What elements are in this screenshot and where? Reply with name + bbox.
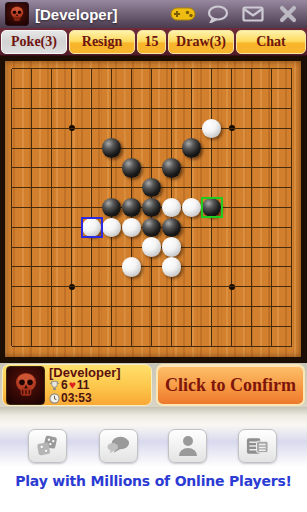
board-cell-11-12[interactable]	[222, 297, 242, 317]
bottom-toolbar	[0, 407, 307, 467]
board-cell-2-7[interactable]	[42, 198, 62, 218]
board-cell-4-0[interactable]	[82, 59, 102, 79]
board-cell-0-0[interactable]	[2, 59, 22, 79]
board-cell-13-12[interactable]	[262, 297, 282, 317]
board-cell-9-12[interactable]	[182, 297, 202, 317]
board-cell-6-8[interactable]	[122, 217, 142, 237]
black-stone	[142, 178, 162, 198]
board-cell-7-4[interactable]	[142, 138, 162, 158]
board-cell-7-1[interactable]	[142, 79, 162, 99]
board-cell-4-2[interactable]	[82, 99, 102, 119]
board-cell-2-13[interactable]	[42, 316, 62, 336]
status-row: [Developer] 6♥11 03:53 Click to Confirm	[0, 363, 307, 407]
chat-bubbles-icon	[106, 434, 131, 458]
white-stone	[122, 218, 142, 238]
board-cell-3-6[interactable]	[62, 178, 82, 198]
board-cell-10-14[interactable]	[202, 336, 222, 356]
board-cell-3-0[interactable]	[62, 59, 82, 79]
board-cell-7-6[interactable]	[142, 178, 162, 198]
board-cell-13-10[interactable]	[262, 257, 282, 277]
board-cell-5-4[interactable]	[102, 138, 122, 158]
board-cell-4-3[interactable]	[82, 118, 102, 138]
board-cell-11-9[interactable]	[222, 237, 242, 257]
board-cell-3-4[interactable]	[62, 138, 82, 158]
board-cell-10-0[interactable]	[202, 59, 222, 79]
black-stone	[122, 158, 142, 178]
board-cell-14-8[interactable]	[282, 217, 302, 237]
board-cell-5-13[interactable]	[102, 316, 122, 336]
board-cell-14-10[interactable]	[282, 257, 302, 277]
tab-chat[interactable]: Chat	[236, 30, 306, 54]
board-cell-12-13[interactable]	[242, 316, 262, 336]
board-cell-10-9[interactable]	[202, 237, 222, 257]
board-cell-10-10[interactable]	[202, 257, 222, 277]
board-cell-9-2[interactable]	[182, 99, 202, 119]
white-stone	[202, 119, 222, 139]
board-cell-12-0[interactable]	[242, 59, 262, 79]
black-stone	[102, 138, 122, 158]
board-cell-3-1[interactable]	[62, 79, 82, 99]
board-cell-0-1[interactable]	[2, 79, 22, 99]
board-cell-4-10[interactable]	[82, 257, 102, 277]
white-stone	[162, 257, 182, 277]
board-cell-7-13[interactable]	[142, 316, 162, 336]
board-cell-5-5[interactable]	[102, 158, 122, 178]
board-cell-14-0[interactable]	[282, 59, 302, 79]
board-cell-4-12[interactable]	[82, 297, 102, 317]
board-cell-1-11[interactable]	[22, 277, 42, 297]
black-stone	[182, 138, 202, 158]
board-cell-10-1[interactable]	[202, 79, 222, 99]
board-cell-12-1[interactable]	[242, 79, 262, 99]
chat-bubble-icon[interactable]	[205, 4, 231, 24]
board-cell-6-2[interactable]	[122, 99, 142, 119]
board-cell-12-3[interactable]	[242, 118, 262, 138]
player-icon	[177, 434, 199, 458]
board-cell-10-11[interactable]	[202, 277, 222, 297]
board-cell-14-14[interactable]	[282, 336, 302, 356]
board-cell-4-8[interactable]	[82, 217, 102, 237]
board-cell-6-1[interactable]	[122, 79, 142, 99]
star-point	[69, 284, 75, 290]
dice-icon	[35, 434, 60, 458]
board-cell-8-9[interactable]	[162, 237, 182, 257]
last-move-marker	[201, 197, 223, 219]
board-cell-11-4[interactable]	[222, 138, 242, 158]
confirm-button[interactable]: Click to Confirm	[156, 364, 305, 406]
board-cell-0-7[interactable]	[2, 198, 22, 218]
board-cell-6-9[interactable]	[122, 237, 142, 257]
board-cell-10-3[interactable]	[202, 118, 222, 138]
board-cell-12-11[interactable]	[242, 277, 262, 297]
board-cell-4-14[interactable]	[82, 336, 102, 356]
black-stone	[162, 218, 182, 238]
board-cell-3-8[interactable]	[62, 217, 82, 237]
board-cell-1-2[interactable]	[22, 99, 42, 119]
board-cell-2-4[interactable]	[42, 138, 62, 158]
avatar	[5, 2, 29, 26]
skull-icon	[7, 4, 27, 24]
board-cell-8-4[interactable]	[162, 138, 182, 158]
board-cell-1-14[interactable]	[22, 336, 42, 356]
gamepad-icon[interactable]	[170, 4, 196, 24]
trophy-icon	[49, 380, 60, 391]
board-cell-1-3[interactable]	[22, 118, 42, 138]
tab-resign[interactable]: Resign	[69, 30, 135, 54]
board-cell-3-5[interactable]	[62, 158, 82, 178]
board-cell-5-14[interactable]	[102, 336, 122, 356]
board-cell-10-6[interactable]	[202, 178, 222, 198]
board-cell-6-4[interactable]	[122, 138, 142, 158]
board-cell-2-11[interactable]	[42, 277, 62, 297]
board-cell-5-9[interactable]	[102, 237, 122, 257]
board-cell-11-7[interactable]	[222, 198, 242, 218]
board-cell-1-7[interactable]	[22, 198, 42, 218]
board-cell-6-12[interactable]	[122, 297, 142, 317]
board-cell-7-2[interactable]	[142, 99, 162, 119]
board-cell-0-9[interactable]	[2, 237, 22, 257]
footer-text: Play with Millions of Online Players!	[15, 473, 292, 489]
board-cell-8-10[interactable]	[162, 257, 182, 277]
board-cell-2-1[interactable]	[42, 79, 62, 99]
board-cell-10-8[interactable]	[202, 217, 222, 237]
tab-bar: Poke(3) Resign 15 Draw(3) Chat	[0, 28, 307, 56]
board-cell-8-1[interactable]	[162, 79, 182, 99]
board-cell-12-12[interactable]	[242, 297, 262, 317]
board-cell-11-14[interactable]	[222, 336, 242, 356]
tab-move-timer[interactable]: 15	[137, 30, 166, 54]
board-cell-2-10[interactable]	[42, 257, 62, 277]
board-cell-8-3[interactable]	[162, 118, 182, 138]
clock-icon	[49, 393, 60, 404]
board-cell-0-4[interactable]	[2, 138, 22, 158]
board-cell-9-1[interactable]	[182, 79, 202, 99]
board-cell-2-2[interactable]	[42, 99, 62, 119]
board-cell-5-3[interactable]	[102, 118, 122, 138]
board-cell-10-5[interactable]	[202, 158, 222, 178]
board-cell-11-10[interactable]	[222, 257, 242, 277]
board-cell-12-4[interactable]	[242, 138, 262, 158]
board-cell-11-13[interactable]	[222, 316, 242, 336]
board-cell-9-4[interactable]	[182, 138, 202, 158]
close-icon[interactable]	[275, 4, 301, 24]
board-cell-5-10[interactable]	[102, 257, 122, 277]
board-cell-14-11[interactable]	[282, 277, 302, 297]
board-cell-10-12[interactable]	[202, 297, 222, 317]
board-cell-6-10[interactable]	[122, 257, 142, 277]
board-cell-6-0[interactable]	[122, 59, 142, 79]
board-cell-13-1[interactable]	[262, 79, 282, 99]
board-cell-1-9[interactable]	[22, 237, 42, 257]
board-cell-12-8[interactable]	[242, 217, 262, 237]
board-cell-7-11[interactable]	[142, 277, 162, 297]
board-cell-14-4[interactable]	[282, 138, 302, 158]
white-stone	[162, 198, 182, 218]
player-avatar	[6, 366, 45, 405]
board-cell-13-7[interactable]	[262, 198, 282, 218]
board-cell-0-14[interactable]	[2, 336, 22, 356]
board-cell-8-14[interactable]	[162, 336, 182, 356]
board-cell-5-2[interactable]	[102, 99, 122, 119]
board-cell-3-9[interactable]	[62, 237, 82, 257]
cards-icon	[245, 434, 270, 458]
board-cell-11-2[interactable]	[222, 99, 242, 119]
board-cell-3-13[interactable]	[62, 316, 82, 336]
mail-icon[interactable]	[240, 4, 266, 24]
board-cell-13-2[interactable]	[262, 99, 282, 119]
board-cell-9-8[interactable]	[182, 217, 202, 237]
board-cell-2-8[interactable]	[42, 217, 62, 237]
board-cell-1-10[interactable]	[22, 257, 42, 277]
board-cell-12-6[interactable]	[242, 178, 262, 198]
board-cell-7-3[interactable]	[142, 118, 162, 138]
board-cell-14-7[interactable]	[282, 198, 302, 218]
board-cell-3-7[interactable]	[62, 198, 82, 218]
board-cell-9-7[interactable]	[182, 198, 202, 218]
board-cell-2-5[interactable]	[42, 158, 62, 178]
white-stone	[102, 218, 122, 238]
board-cell-8-13[interactable]	[162, 316, 182, 336]
board-cell-7-7[interactable]	[142, 198, 162, 218]
white-stone	[162, 237, 182, 257]
board-cell-4-4[interactable]	[82, 138, 102, 158]
board-cell-10-7[interactable]	[202, 198, 222, 218]
board-cell-9-14[interactable]	[182, 336, 202, 356]
board-cell-5-1[interactable]	[102, 79, 122, 99]
black-stone	[162, 158, 182, 178]
tab-poke[interactable]: Poke(3)	[1, 30, 67, 54]
board-cell-11-5[interactable]	[222, 158, 242, 178]
board-cell-0-12[interactable]	[2, 297, 22, 317]
board-cell-3-14[interactable]	[62, 336, 82, 356]
board-cell-8-5[interactable]	[162, 158, 182, 178]
board-cell-13-8[interactable]	[262, 217, 282, 237]
board-cell-14-6[interactable]	[282, 178, 302, 198]
games-button[interactable]	[238, 429, 277, 463]
board-cell-14-2[interactable]	[282, 99, 302, 119]
board-cell-3-3[interactable]	[62, 118, 82, 138]
board-cell-14-3[interactable]	[282, 118, 302, 138]
board-cell-14-13[interactable]	[282, 316, 302, 336]
board-cell-1-1[interactable]	[22, 79, 42, 99]
board-cell-11-0[interactable]	[222, 59, 242, 79]
board-cell-0-3[interactable]	[2, 118, 22, 138]
board-cell-1-12[interactable]	[22, 297, 42, 317]
board-cell-12-9[interactable]	[242, 237, 262, 257]
window-title: [Developer]	[35, 6, 170, 23]
star-point	[229, 125, 235, 131]
board-cell-11-3[interactable]	[222, 118, 242, 138]
dice-button[interactable]	[28, 429, 67, 463]
board-cell-0-5[interactable]	[2, 158, 22, 178]
board-cell-2-3[interactable]	[42, 118, 62, 138]
black-stone	[122, 198, 142, 218]
skull-icon	[10, 369, 42, 401]
board-cell-3-2[interactable]	[62, 99, 82, 119]
board-cell-14-5[interactable]	[282, 158, 302, 178]
board-cell-14-1[interactable]	[282, 79, 302, 99]
board-cell-1-5[interactable]	[22, 158, 42, 178]
board-cell-7-9[interactable]	[142, 237, 162, 257]
board-cell-3-12[interactable]	[62, 297, 82, 317]
board-cell-10-2[interactable]	[202, 99, 222, 119]
board-cell-9-0[interactable]	[182, 59, 202, 79]
board-cell-13-13[interactable]	[262, 316, 282, 336]
star-point	[229, 284, 235, 290]
board-cell-11-11[interactable]	[222, 277, 242, 297]
board-cell-2-0[interactable]	[42, 59, 62, 79]
board-cell-13-11[interactable]	[262, 277, 282, 297]
board-cell-8-11[interactable]	[162, 277, 182, 297]
board-cell-4-13[interactable]	[82, 316, 102, 336]
board-cell-5-7[interactable]	[102, 198, 122, 218]
star-point	[69, 125, 75, 131]
board-cell-12-2[interactable]	[242, 99, 262, 119]
board-cell-8-0[interactable]	[162, 59, 182, 79]
board-cell-13-0[interactable]	[262, 59, 282, 79]
board-cell-5-8[interactable]	[102, 217, 122, 237]
board-cell-13-14[interactable]	[262, 336, 282, 356]
black-stone	[142, 198, 162, 218]
board-cell-1-4[interactable]	[22, 138, 42, 158]
board-cell-14-12[interactable]	[282, 297, 302, 317]
board-cell-1-8[interactable]	[22, 217, 42, 237]
board-cell-8-2[interactable]	[162, 99, 182, 119]
footer-banner: Play with Millions of Online Players!	[0, 467, 307, 512]
board-cell-5-11[interactable]	[102, 277, 122, 297]
player-button[interactable]	[168, 429, 207, 463]
chat-button[interactable]	[99, 429, 138, 463]
board-cell-12-7[interactable]	[242, 198, 262, 218]
title-bar: [Developer]	[0, 0, 307, 28]
board-cell-12-5[interactable]	[242, 158, 262, 178]
board-cell-6-5[interactable]	[122, 158, 142, 178]
board-cell-8-12[interactable]	[162, 297, 182, 317]
player-name: [Developer]	[49, 366, 121, 379]
board-cell-5-12[interactable]	[102, 297, 122, 317]
board-cell-4-7[interactable]	[82, 198, 102, 218]
board-cell-2-9[interactable]	[42, 237, 62, 257]
board-cell-0-10[interactable]	[2, 257, 22, 277]
player-panel[interactable]: [Developer] 6♥11 03:53	[2, 364, 152, 406]
board-grid	[2, 59, 302, 356]
board-cell-8-7[interactable]	[162, 198, 182, 218]
board-cell-1-6[interactable]	[22, 178, 42, 198]
board-cell-9-13[interactable]	[182, 316, 202, 336]
board-cell-3-11[interactable]	[62, 277, 82, 297]
board-cell-2-6[interactable]	[42, 178, 62, 198]
board-cell-9-6[interactable]	[182, 178, 202, 198]
board-cell-6-13[interactable]	[122, 316, 142, 336]
board-cell-7-0[interactable]	[142, 59, 162, 79]
board-cell-0-8[interactable]	[2, 217, 22, 237]
board-cell-2-14[interactable]	[42, 336, 62, 356]
player-clock: 03:53	[49, 392, 121, 405]
board-cell-11-6[interactable]	[222, 178, 242, 198]
board-cell-5-6[interactable]	[102, 178, 122, 198]
board-cell-2-12[interactable]	[42, 297, 62, 317]
board-cell-7-8[interactable]	[142, 217, 162, 237]
board-cell-4-11[interactable]	[82, 277, 102, 297]
gomoku-board	[0, 56, 307, 363]
board-cell-7-14[interactable]	[142, 336, 162, 356]
board-cell-4-5[interactable]	[82, 158, 102, 178]
black-stone	[102, 198, 122, 218]
board-cell-4-6[interactable]	[82, 178, 102, 198]
board-cell-4-9[interactable]	[82, 237, 102, 257]
board-cell-9-9[interactable]	[182, 237, 202, 257]
board-cell-0-13[interactable]	[2, 316, 22, 336]
board-cell-0-11[interactable]	[2, 277, 22, 297]
board-cell-12-14[interactable]	[242, 336, 262, 356]
board-cell-4-1[interactable]	[82, 79, 102, 99]
board-cell-13-3[interactable]	[262, 118, 282, 138]
board-cell-6-11[interactable]	[122, 277, 142, 297]
board-cell-3-10[interactable]	[62, 257, 82, 277]
board-cell-5-0[interactable]	[102, 59, 122, 79]
white-stone	[142, 237, 162, 257]
board-cell-6-7[interactable]	[122, 198, 142, 218]
board-cell-6-6[interactable]	[122, 178, 142, 198]
board-cell-11-8[interactable]	[222, 217, 242, 237]
board-cell-7-10[interactable]	[142, 257, 162, 277]
board-cell-6-14[interactable]	[122, 336, 142, 356]
board-cell-13-6[interactable]	[262, 178, 282, 198]
board-cell-9-11[interactable]	[182, 277, 202, 297]
board-cell-9-5[interactable]	[182, 158, 202, 178]
board-cell-8-8[interactable]	[162, 217, 182, 237]
board-cell-14-9[interactable]	[282, 237, 302, 257]
player-stats: 6♥11	[49, 379, 121, 392]
board-cell-11-1[interactable]	[222, 79, 242, 99]
board-cell-7-12[interactable]	[142, 297, 162, 317]
board-cell-12-10[interactable]	[242, 257, 262, 277]
board-cell-9-3[interactable]	[182, 118, 202, 138]
board-cell-10-13[interactable]	[202, 316, 222, 336]
board-cell-1-0[interactable]	[22, 59, 42, 79]
white-stone	[122, 257, 142, 277]
white-stone	[182, 198, 202, 218]
board-cell-10-4[interactable]	[202, 138, 222, 158]
board-cell-1-13[interactable]	[22, 316, 42, 336]
board-cell-6-3[interactable]	[122, 118, 142, 138]
board-cell-0-6[interactable]	[2, 178, 22, 198]
tab-draw[interactable]: Draw(3)	[168, 30, 234, 54]
board-cell-0-2[interactable]	[2, 99, 22, 119]
black-stone	[142, 218, 162, 238]
board-cell-9-10[interactable]	[182, 257, 202, 277]
board-cell-13-9[interactable]	[262, 237, 282, 257]
heart-icon: ♥	[69, 380, 76, 390]
board-cell-13-4[interactable]	[262, 138, 282, 158]
opponent-move-marker	[81, 217, 103, 239]
board-cell-13-5[interactable]	[262, 158, 282, 178]
board-cell-8-6[interactable]	[162, 178, 182, 198]
board-cell-7-5[interactable]	[142, 158, 162, 178]
